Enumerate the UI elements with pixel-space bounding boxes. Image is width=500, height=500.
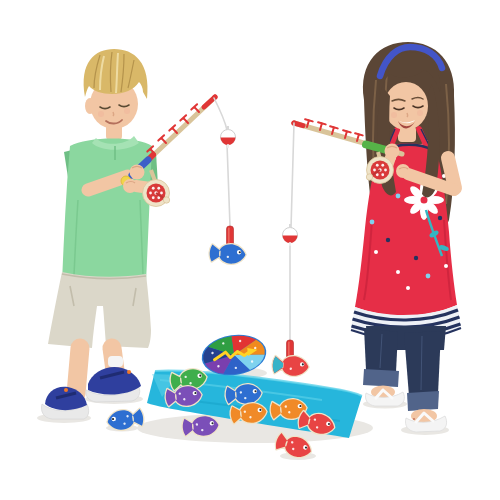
girl-jeans-right-leg: [404, 331, 441, 396]
toe: [413, 418, 415, 420]
girl-jeans-right-cuff: [407, 391, 439, 411]
girl-cheek: [391, 112, 397, 118]
boy-shoe-logo: [127, 370, 131, 374]
boy-sock: [108, 356, 123, 367]
boy-polo-shirt: [62, 139, 152, 289]
girl-reel: [366, 157, 393, 184]
boy-left-leg: [76, 348, 80, 394]
girl-hand: [396, 164, 410, 178]
boy-cheek: [124, 108, 130, 114]
girl-jeans-left-cuff: [363, 369, 399, 387]
girl-cheek: [417, 110, 423, 116]
boy-cheek: [98, 111, 104, 117]
girl-nose: [407, 113, 408, 117]
boy-reel: [143, 180, 170, 207]
boy-shoe-logo: [64, 388, 68, 392]
boy-nose: [113, 112, 114, 116]
scene: [0, 0, 500, 500]
